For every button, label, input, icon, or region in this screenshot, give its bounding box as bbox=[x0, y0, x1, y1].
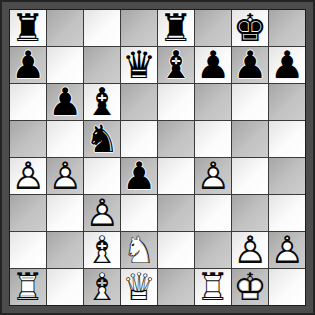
square-g3[interactable] bbox=[232, 195, 268, 231]
white-rook-outline: ♖ bbox=[11, 265, 45, 309]
square-a8[interactable]: ♜ bbox=[10, 10, 46, 46]
white-pawn: ♟♙ bbox=[48, 158, 82, 194]
square-d4[interactable]: ♟ bbox=[121, 158, 157, 194]
square-b4[interactable]: ♟♙ bbox=[47, 158, 83, 194]
square-a1[interactable]: ♜♖ bbox=[10, 269, 46, 305]
square-a3[interactable] bbox=[10, 195, 46, 231]
square-f8[interactable] bbox=[195, 10, 231, 46]
white-pawn-outline: ♙ bbox=[11, 154, 45, 198]
square-b8[interactable] bbox=[47, 10, 83, 46]
square-b3[interactable] bbox=[47, 195, 83, 231]
black-bishop: ♝ bbox=[85, 84, 119, 120]
square-c2[interactable]: ♝♗ bbox=[84, 232, 120, 268]
square-e6[interactable] bbox=[158, 84, 194, 120]
square-d6[interactable] bbox=[121, 84, 157, 120]
square-h7[interactable]: ♟ bbox=[269, 47, 305, 83]
square-g4[interactable] bbox=[232, 158, 268, 194]
square-g5[interactable] bbox=[232, 121, 268, 157]
black-rook: ♜ bbox=[11, 10, 45, 46]
white-king: ♚♔ bbox=[233, 269, 267, 305]
square-e8[interactable]: ♜ bbox=[158, 10, 194, 46]
square-h3[interactable] bbox=[269, 195, 305, 231]
white-bishop: ♝♗ bbox=[85, 269, 119, 305]
black-rook: ♜ bbox=[159, 10, 193, 46]
square-f1[interactable]: ♜♖ bbox=[195, 269, 231, 305]
square-e7[interactable]: ♝ bbox=[158, 47, 194, 83]
white-bishop: ♝♗ bbox=[85, 232, 119, 268]
square-c6[interactable]: ♝ bbox=[84, 84, 120, 120]
square-g8[interactable]: ♚ bbox=[232, 10, 268, 46]
square-f3[interactable] bbox=[195, 195, 231, 231]
square-c7[interactable] bbox=[84, 47, 120, 83]
square-e2[interactable] bbox=[158, 232, 194, 268]
square-a6[interactable] bbox=[10, 84, 46, 120]
square-h1[interactable] bbox=[269, 269, 305, 305]
white-rook-outline: ♖ bbox=[196, 265, 230, 309]
square-h5[interactable] bbox=[269, 121, 305, 157]
white-bishop-outline: ♗ bbox=[85, 265, 119, 309]
square-b1[interactable] bbox=[47, 269, 83, 305]
black-queen: ♛ bbox=[122, 47, 156, 83]
square-f6[interactable] bbox=[195, 84, 231, 120]
square-a4[interactable]: ♟♙ bbox=[10, 158, 46, 194]
black-pawn: ♟ bbox=[11, 47, 45, 83]
square-b5[interactable] bbox=[47, 121, 83, 157]
square-e4[interactable] bbox=[158, 158, 194, 194]
white-pawn: ♟♙ bbox=[11, 158, 45, 194]
square-d8[interactable] bbox=[121, 10, 157, 46]
square-e1[interactable] bbox=[158, 269, 194, 305]
white-knight: ♞♘ bbox=[122, 232, 156, 268]
square-g7[interactable]: ♟ bbox=[232, 47, 268, 83]
white-king-outline: ♔ bbox=[233, 265, 267, 309]
white-pawn: ♟♙ bbox=[196, 158, 230, 194]
white-rook: ♜♖ bbox=[11, 269, 45, 305]
square-c1[interactable]: ♝♗ bbox=[84, 269, 120, 305]
square-c5[interactable]: ♞ bbox=[84, 121, 120, 157]
black-pawn: ♟ bbox=[270, 47, 304, 83]
square-h2[interactable]: ♟♙ bbox=[269, 232, 305, 268]
black-pawn: ♟ bbox=[48, 84, 82, 120]
white-pawn: ♟♙ bbox=[270, 232, 304, 268]
square-d5[interactable] bbox=[121, 121, 157, 157]
white-queen-outline: ♕ bbox=[122, 265, 156, 309]
square-f7[interactable]: ♟ bbox=[195, 47, 231, 83]
white-pawn-outline: ♙ bbox=[270, 228, 304, 272]
black-pawn: ♟ bbox=[233, 47, 267, 83]
square-g2[interactable]: ♟♙ bbox=[232, 232, 268, 268]
square-b6[interactable]: ♟ bbox=[47, 84, 83, 120]
square-g1[interactable]: ♚♔ bbox=[232, 269, 268, 305]
square-d2[interactable]: ♞♘ bbox=[121, 232, 157, 268]
white-rook: ♜♖ bbox=[196, 269, 230, 305]
square-b7[interactable] bbox=[47, 47, 83, 83]
chess-board: ♜♜♚♟♛♝♟♟♟♟♝♞♟♙♟♙♟♟♙♟♙♝♗♞♘♟♙♟♙♜♖♝♗♛♕♜♖♚♔ bbox=[9, 9, 306, 306]
black-pawn: ♟ bbox=[122, 158, 156, 194]
square-c8[interactable] bbox=[84, 10, 120, 46]
board-frame: ♜♜♚♟♛♝♟♟♟♟♝♞♟♙♟♙♟♟♙♟♙♝♗♞♘♟♙♟♙♜♖♝♗♛♕♜♖♚♔ bbox=[0, 0, 315, 315]
black-king: ♚ bbox=[233, 10, 267, 46]
square-f2[interactable] bbox=[195, 232, 231, 268]
white-pawn: ♟♙ bbox=[85, 195, 119, 231]
square-f5[interactable] bbox=[195, 121, 231, 157]
square-c3[interactable]: ♟♙ bbox=[84, 195, 120, 231]
white-pawn-outline: ♙ bbox=[48, 154, 82, 198]
white-queen: ♛♕ bbox=[122, 269, 156, 305]
black-pawn: ♟ bbox=[196, 47, 230, 83]
square-b2[interactable] bbox=[47, 232, 83, 268]
square-d7[interactable]: ♛ bbox=[121, 47, 157, 83]
square-f4[interactable]: ♟♙ bbox=[195, 158, 231, 194]
white-pawn: ♟♙ bbox=[233, 232, 267, 268]
square-h4[interactable] bbox=[269, 158, 305, 194]
square-c4[interactable] bbox=[84, 158, 120, 194]
black-bishop: ♝ bbox=[159, 47, 193, 83]
square-h8[interactable] bbox=[269, 10, 305, 46]
square-g6[interactable] bbox=[232, 84, 268, 120]
white-pawn-outline: ♙ bbox=[196, 154, 230, 198]
square-d1[interactable]: ♛♕ bbox=[121, 269, 157, 305]
black-knight: ♞ bbox=[85, 121, 119, 157]
square-d3[interactable] bbox=[121, 195, 157, 231]
square-e5[interactable] bbox=[158, 121, 194, 157]
square-e3[interactable] bbox=[158, 195, 194, 231]
square-a7[interactable]: ♟ bbox=[10, 47, 46, 83]
square-a5[interactable] bbox=[10, 121, 46, 157]
square-h6[interactable] bbox=[269, 84, 305, 120]
square-a2[interactable] bbox=[10, 232, 46, 268]
